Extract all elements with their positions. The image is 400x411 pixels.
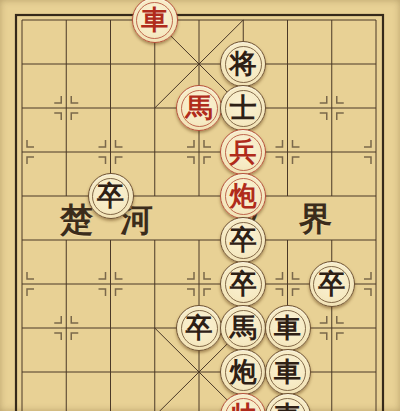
black-advisor-glyph: 士 <box>230 94 257 121</box>
black-horse-glyph: 馬 <box>230 314 257 341</box>
piece-black-cannon[interactable]: 炮 <box>220 349 266 395</box>
piece-black-horse[interactable]: 馬 <box>220 305 266 351</box>
black-general-glyph: 将 <box>230 50 257 77</box>
red-chariot-glyph: 車 <box>141 6 168 33</box>
piece-black-chariot-2[interactable]: 車 <box>265 349 311 395</box>
red-horse-glyph: 馬 <box>186 94 213 121</box>
piece-black-soldier-1[interactable]: 卒 <box>88 173 134 219</box>
piece-red-soldier[interactable]: 兵 <box>220 129 266 175</box>
piece-black-chariot-3[interactable]: 車 <box>265 393 311 411</box>
piece-black-soldier-5[interactable]: 卒 <box>176 305 222 351</box>
black-soldier-4-glyph: 卒 <box>318 270 345 297</box>
pieces-layer[interactable]: 車将馬士兵卒炮卒卒卒卒馬車炮車帅車 <box>0 0 400 411</box>
red-cannon-glyph: 炮 <box>230 182 257 209</box>
black-chariot-2-glyph: 車 <box>274 358 301 385</box>
piece-black-chariot-1[interactable]: 車 <box>265 305 311 351</box>
black-soldier-5-glyph: 卒 <box>186 314 213 341</box>
piece-red-cannon[interactable]: 炮 <box>220 173 266 219</box>
piece-black-soldier-4[interactable]: 卒 <box>309 261 355 307</box>
piece-red-chariot[interactable]: 車 <box>132 0 178 43</box>
xiangqi-app: 楚河 汉界 車将馬士兵卒炮卒卒卒卒馬車炮車帅車 <box>0 0 400 411</box>
piece-black-soldier-2[interactable]: 卒 <box>220 217 266 263</box>
black-cannon-glyph: 炮 <box>230 358 257 385</box>
piece-red-horse[interactable]: 馬 <box>176 85 222 131</box>
black-chariot-1-glyph: 車 <box>274 314 301 341</box>
piece-black-advisor[interactable]: 士 <box>220 85 266 131</box>
piece-black-soldier-3[interactable]: 卒 <box>220 261 266 307</box>
black-soldier-1-glyph: 卒 <box>97 182 124 209</box>
black-soldier-2-glyph: 卒 <box>230 226 257 253</box>
black-soldier-3-glyph: 卒 <box>230 270 257 297</box>
red-general-glyph: 帅 <box>230 402 257 411</box>
black-chariot-3-glyph: 車 <box>274 402 301 411</box>
piece-black-general[interactable]: 将 <box>220 41 266 87</box>
red-soldier-glyph: 兵 <box>230 138 257 165</box>
piece-red-general[interactable]: 帅 <box>220 393 266 411</box>
